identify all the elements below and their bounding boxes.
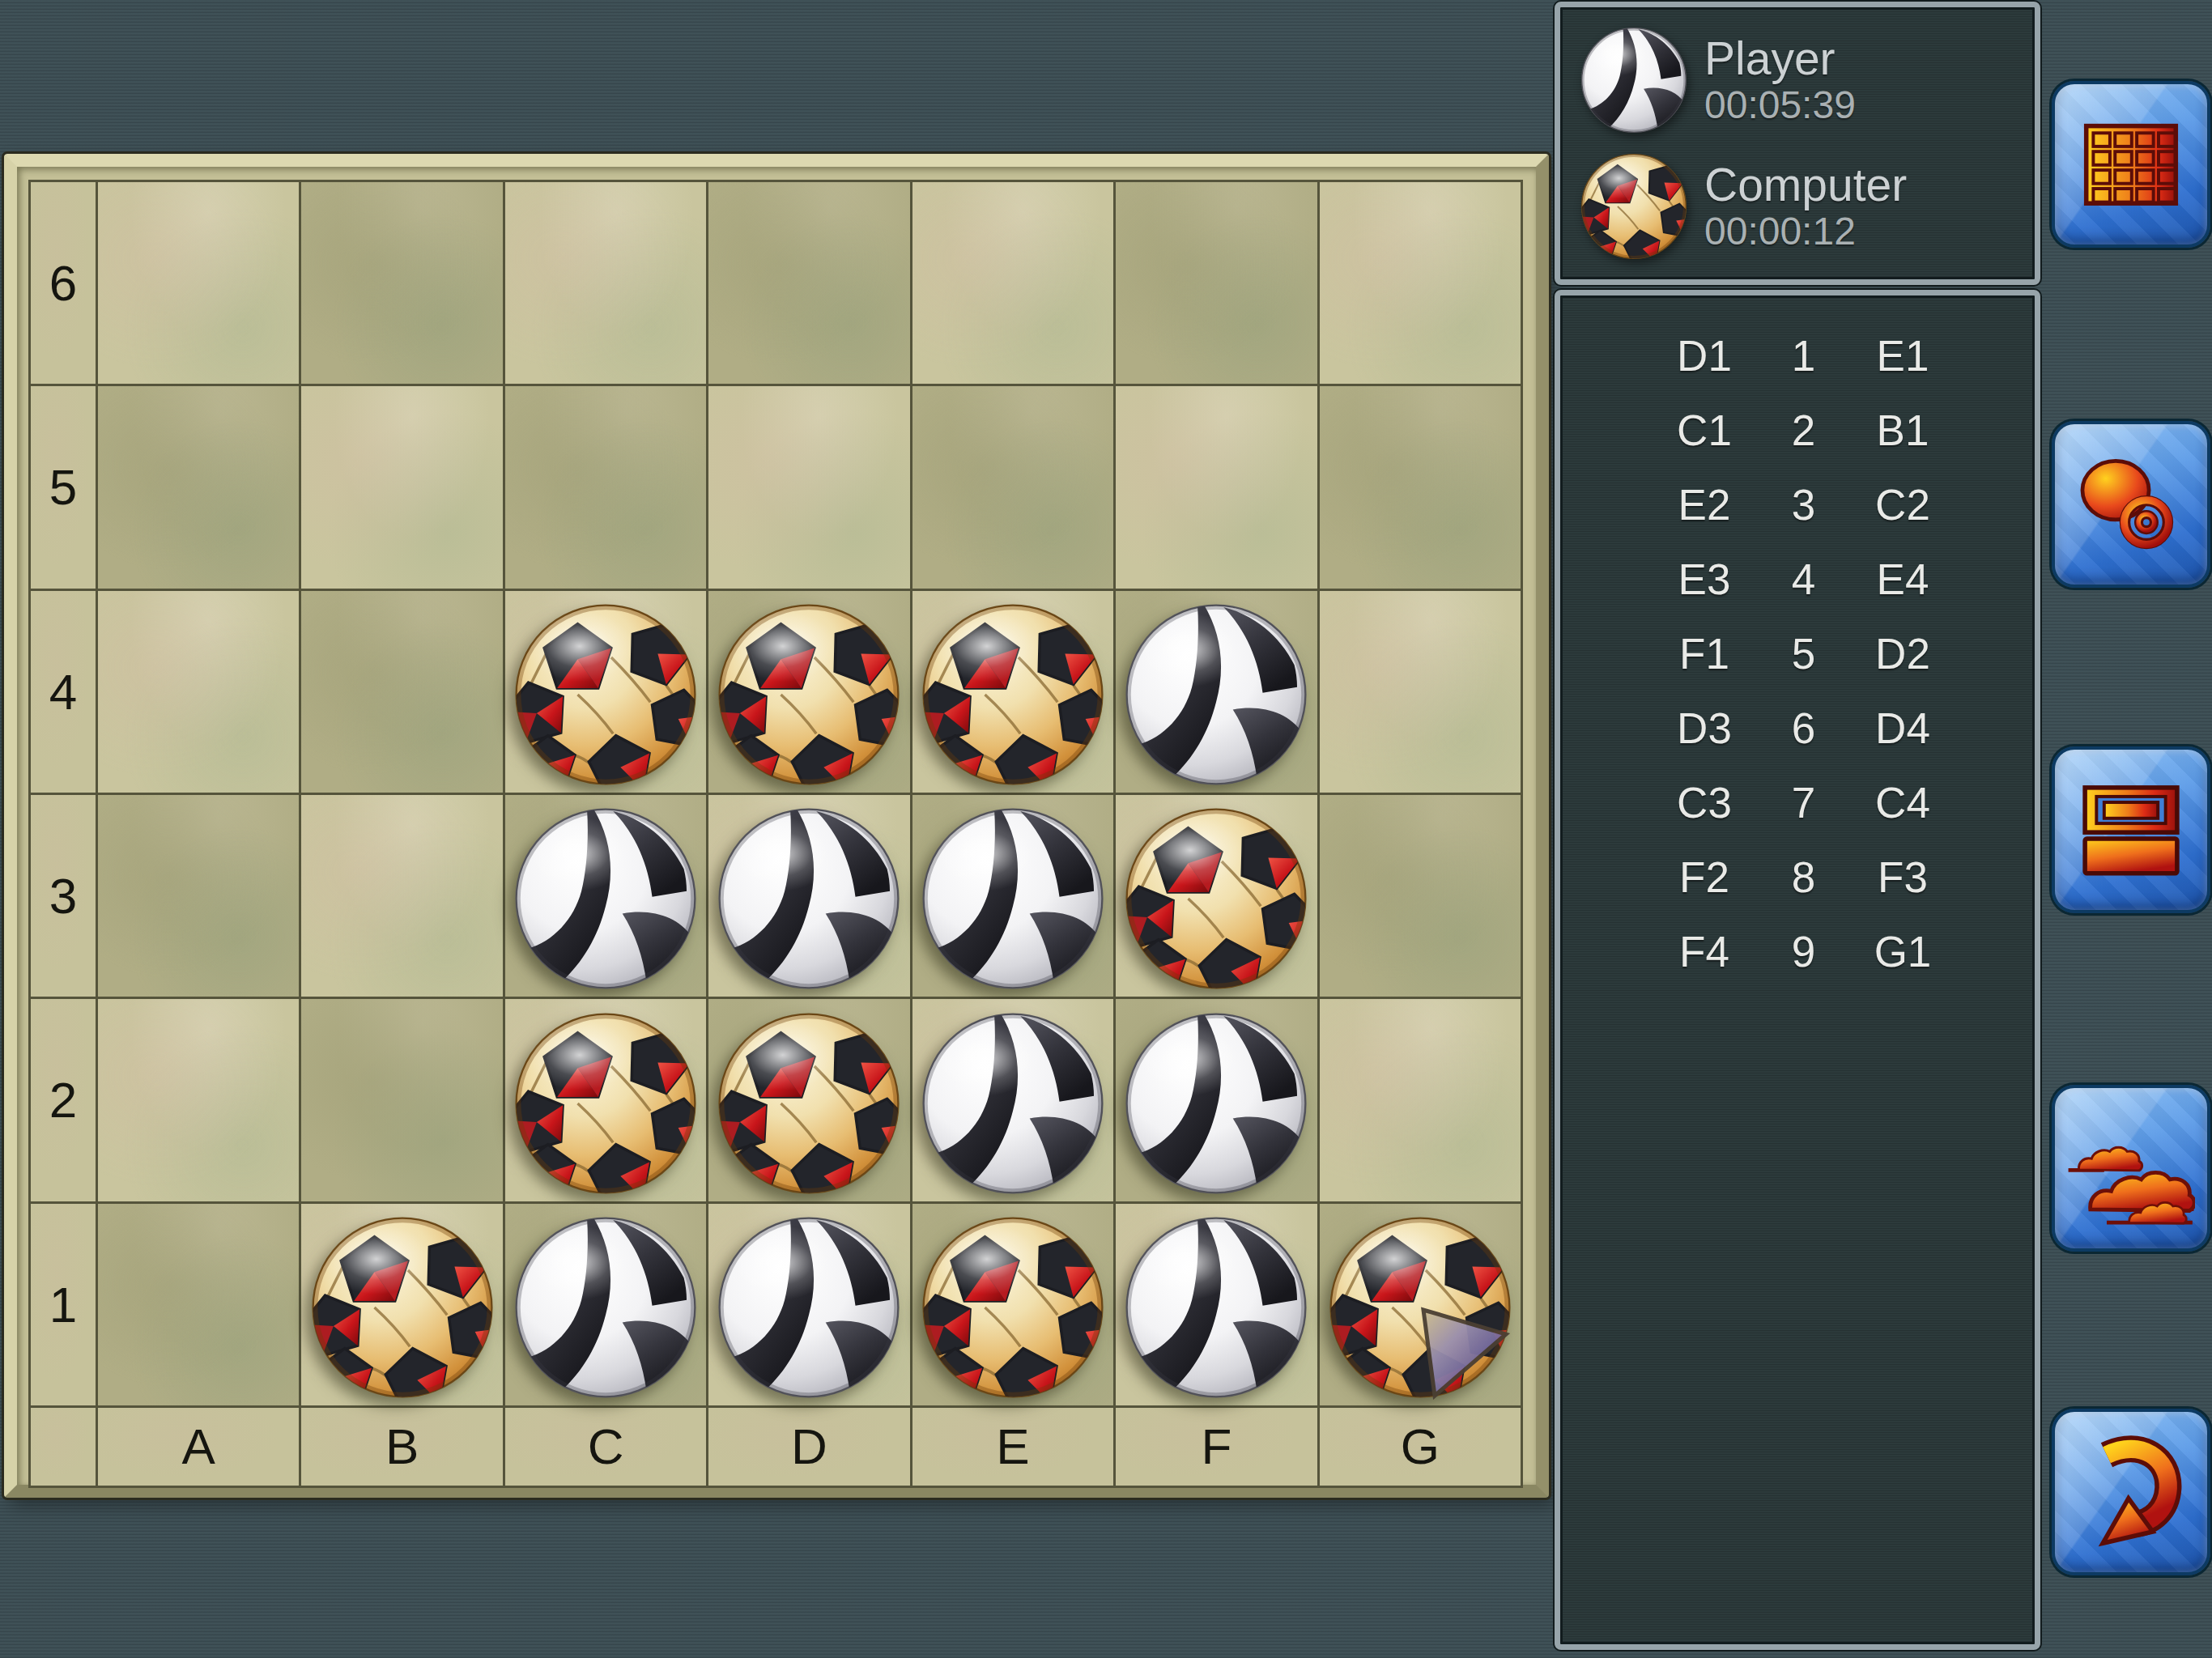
board-square-B4[interactable] xyxy=(301,591,502,793)
board-square-D6[interactable] xyxy=(708,182,909,384)
board-square-E6[interactable] xyxy=(912,182,1113,384)
soccer-ball-piece xyxy=(716,602,902,788)
board-square-B6[interactable] xyxy=(301,182,502,384)
move-row-6: D36D4 xyxy=(1560,691,2035,765)
board-square-G5[interactable] xyxy=(1320,386,1521,588)
col-label-text: D xyxy=(791,1418,827,1475)
window-button[interactable] xyxy=(2052,746,2210,913)
move-number: 3 xyxy=(1753,480,1854,529)
disc-and-rings-icon xyxy=(2067,440,2195,568)
board-square-F4[interactable] xyxy=(1116,591,1317,793)
soccer-ball-piece xyxy=(716,1010,902,1197)
board-square-C1[interactable] xyxy=(505,1204,706,1405)
volleyball-piece xyxy=(1123,602,1309,788)
move-row-2: C12B1 xyxy=(1560,393,2035,467)
board-square-C3[interactable] xyxy=(505,795,706,997)
col-label-D: D xyxy=(708,1408,909,1486)
board-square-D3[interactable] xyxy=(708,795,909,997)
player-move: E3 xyxy=(1656,555,1753,604)
players-panel: Player 00:05:39 Computer 00:00:12 xyxy=(1555,2,2040,285)
board-square-G6[interactable] xyxy=(1320,182,1521,384)
board-square-D5[interactable] xyxy=(708,386,909,588)
col-label-text: G xyxy=(1401,1418,1440,1475)
board-square-A3[interactable] xyxy=(98,795,299,997)
board-square-C2[interactable] xyxy=(505,999,706,1201)
row-label-1: 1 xyxy=(31,1204,96,1405)
board-square-F1[interactable] xyxy=(1116,1204,1317,1405)
col-label-A: A xyxy=(98,1408,299,1486)
row-label-text: 4 xyxy=(49,663,77,721)
computer-move: D4 xyxy=(1854,704,1951,753)
board-square-A1[interactable] xyxy=(98,1204,299,1405)
board-button[interactable] xyxy=(2052,81,2210,248)
player-move: F1 xyxy=(1656,629,1753,678)
col-label-E: E xyxy=(912,1408,1113,1486)
move-row-1: D11E1 xyxy=(1560,318,2035,393)
soccer-ball-piece xyxy=(513,1010,699,1197)
computer-move: E1 xyxy=(1854,331,1951,380)
player-move: D1 xyxy=(1656,331,1753,380)
background-button[interactable] xyxy=(2052,1085,2210,1252)
board-square-F2[interactable] xyxy=(1116,999,1317,1201)
col-label-G: G xyxy=(1320,1408,1521,1486)
computer-row: Computer 00:00:12 xyxy=(1560,152,2035,261)
player-move: E2 xyxy=(1656,480,1753,529)
board-square-D2[interactable] xyxy=(708,999,909,1201)
volleyball-piece xyxy=(513,806,699,992)
move-list-panel: D11E1C12B1E23C2E34E4F15D2D36D4C37C4F28F3… xyxy=(1555,290,2040,1650)
board-square-G2[interactable] xyxy=(1320,999,1521,1201)
window-icon xyxy=(2067,766,2195,894)
move-row-7: C37C4 xyxy=(1560,765,2035,840)
volleyball-piece xyxy=(716,806,902,992)
player-move: C3 xyxy=(1656,778,1753,827)
row-label-text: 2 xyxy=(49,1071,77,1129)
game-board: 654321ABCDEFG xyxy=(4,154,1549,1498)
undo-arrow-icon xyxy=(2067,1428,2195,1556)
board-square-G3[interactable] xyxy=(1320,795,1521,997)
board-square-D1[interactable] xyxy=(708,1204,909,1405)
col-label-text: A xyxy=(182,1418,215,1475)
board-square-A6[interactable] xyxy=(98,182,299,384)
volleyball-piece xyxy=(1123,1010,1309,1197)
board-square-C4[interactable] xyxy=(505,591,706,793)
computer-name: Computer xyxy=(1704,159,1907,210)
soccer-ball-piece xyxy=(1123,806,1309,992)
corner-cell xyxy=(31,1408,96,1486)
board-square-B5[interactable] xyxy=(301,386,502,588)
board-square-G1[interactable] xyxy=(1320,1204,1521,1405)
computer-move: G1 xyxy=(1854,927,1951,976)
soccer-ball-piece xyxy=(309,1214,496,1401)
move-number: 1 xyxy=(1753,331,1854,380)
move-number: 8 xyxy=(1753,852,1854,902)
board-square-F3[interactable] xyxy=(1116,795,1317,997)
player-move: C1 xyxy=(1656,406,1753,455)
volleyball-piece xyxy=(716,1214,902,1401)
board-square-F5[interactable] xyxy=(1116,386,1317,588)
row-label-6: 6 xyxy=(31,182,96,384)
board-square-E5[interactable] xyxy=(912,386,1113,588)
player-clock: 00:05:39 xyxy=(1704,83,1856,127)
row-label-3: 3 xyxy=(31,795,96,997)
board-square-B1[interactable] xyxy=(301,1204,502,1405)
soccer-ball-piece xyxy=(920,602,1106,788)
move-row-8: F28F3 xyxy=(1560,840,2035,914)
board-square-F6[interactable] xyxy=(1116,182,1317,384)
clouds-icon xyxy=(2067,1104,2195,1232)
row-label-text: 1 xyxy=(49,1276,77,1333)
last-move-marker xyxy=(1417,1299,1514,1402)
player-move: D3 xyxy=(1656,704,1753,753)
volleyball-piece xyxy=(920,1010,1106,1197)
board-square-A2[interactable] xyxy=(98,999,299,1201)
computer-move: C2 xyxy=(1854,480,1951,529)
move-number: 9 xyxy=(1753,927,1854,976)
board-square-D4[interactable] xyxy=(708,591,909,793)
row-label-5: 5 xyxy=(31,386,96,588)
board-square-G4[interactable] xyxy=(1320,591,1521,793)
volleyball-piece xyxy=(920,806,1106,992)
player-move: F4 xyxy=(1656,927,1753,976)
board-grid: 654321ABCDEFG xyxy=(28,180,1523,1488)
col-label-text: F xyxy=(1201,1418,1231,1475)
soccer-ball-piece xyxy=(920,1214,1106,1401)
board-square-E4[interactable] xyxy=(912,591,1113,793)
player-name: Player xyxy=(1704,33,1856,83)
volleyball-piece xyxy=(1123,1214,1309,1401)
move-number: 4 xyxy=(1753,555,1854,604)
player-move: F2 xyxy=(1656,852,1753,902)
move-row-4: E34E4 xyxy=(1560,542,2035,616)
move-number: 5 xyxy=(1753,629,1854,678)
move-number: 7 xyxy=(1753,778,1854,827)
soccer-ball-icon xyxy=(1580,152,1688,261)
col-label-C: C xyxy=(505,1408,706,1486)
computer-move: F3 xyxy=(1854,852,1951,902)
undo-button[interactable] xyxy=(2052,1409,2210,1575)
row-label-2: 2 xyxy=(31,999,96,1201)
board-square-C6[interactable] xyxy=(505,182,706,384)
move-row-9: F49G1 xyxy=(1560,914,2035,988)
row-label-text: 6 xyxy=(49,254,77,312)
row-label-text: 5 xyxy=(49,458,77,516)
player-row: Player 00:05:39 xyxy=(1560,26,2035,134)
board-square-C5[interactable] xyxy=(505,386,706,588)
computer-clock: 00:00:12 xyxy=(1704,210,1907,253)
board-square-E3[interactable] xyxy=(912,795,1113,997)
volleyball-piece xyxy=(513,1214,699,1401)
col-label-F: F xyxy=(1116,1408,1317,1486)
move-row-5: F15D2 xyxy=(1560,616,2035,691)
computer-move: D2 xyxy=(1854,629,1951,678)
pieces-button[interactable] xyxy=(2052,421,2210,588)
board-square-E1[interactable] xyxy=(912,1204,1113,1405)
computer-move: C4 xyxy=(1854,778,1951,827)
move-number: 6 xyxy=(1753,704,1854,753)
board-square-B3[interactable] xyxy=(301,795,502,997)
row-label-4: 4 xyxy=(31,591,96,793)
computer-move: E4 xyxy=(1854,555,1951,604)
computer-move: B1 xyxy=(1854,406,1951,455)
col-label-B: B xyxy=(301,1408,502,1486)
board-square-A4[interactable] xyxy=(98,591,299,793)
board-square-A5[interactable] xyxy=(98,386,299,588)
volleyball-icon xyxy=(1580,26,1688,134)
col-label-text: C xyxy=(588,1418,624,1475)
board-square-B2[interactable] xyxy=(301,999,502,1201)
col-label-text: B xyxy=(385,1418,419,1475)
row-label-text: 3 xyxy=(49,867,77,925)
col-label-text: E xyxy=(996,1418,1029,1475)
move-number: 2 xyxy=(1753,406,1854,455)
grid-icon xyxy=(2067,100,2195,228)
board-square-E2[interactable] xyxy=(912,999,1113,1201)
soccer-ball-piece xyxy=(513,602,699,788)
move-row-3: E23C2 xyxy=(1560,467,2035,542)
